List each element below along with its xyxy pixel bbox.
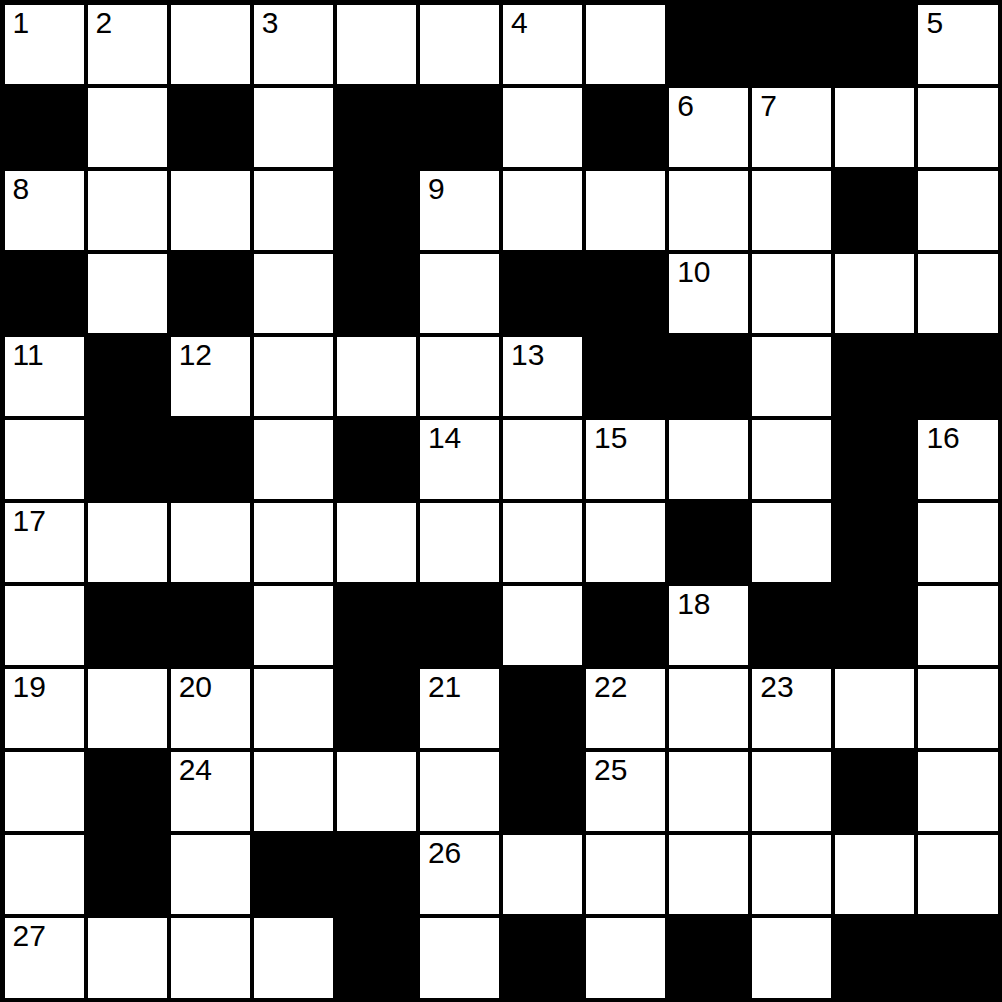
white-cell[interactable] — [750, 916, 833, 999]
white-cell[interactable] — [750, 169, 833, 252]
black-cell — [833, 335, 916, 418]
white-cell[interactable] — [667, 169, 750, 252]
white-cell[interactable] — [833, 252, 916, 335]
clue-number: 20 — [179, 672, 212, 702]
white-cell[interactable] — [86, 667, 169, 750]
white-cell[interactable] — [916, 252, 999, 335]
clue-number: 4 — [511, 8, 528, 38]
white-cell[interactable]: 23 — [750, 667, 833, 750]
clue-number: 21 — [428, 672, 461, 702]
white-cell[interactable] — [501, 169, 584, 252]
white-cell[interactable] — [501, 418, 584, 501]
white-cell[interactable] — [418, 916, 501, 999]
black-cell — [750, 3, 833, 86]
black-cell — [86, 750, 169, 833]
clue-number: 6 — [677, 91, 694, 121]
white-cell[interactable] — [916, 86, 999, 169]
white-cell[interactable] — [833, 86, 916, 169]
white-cell[interactable]: 1 — [3, 3, 86, 86]
white-cell[interactable] — [916, 667, 999, 750]
black-cell — [501, 252, 584, 335]
clue-number: 18 — [677, 589, 710, 619]
black-cell — [916, 335, 999, 418]
white-cell[interactable] — [169, 916, 252, 999]
white-cell[interactable] — [252, 584, 335, 667]
clue-number: 16 — [926, 423, 959, 453]
white-cell[interactable] — [252, 418, 335, 501]
white-cell[interactable] — [501, 584, 584, 667]
white-cell[interactable] — [584, 169, 667, 252]
black-cell — [252, 833, 335, 916]
black-cell — [833, 750, 916, 833]
black-cell — [418, 86, 501, 169]
white-cell[interactable] — [335, 335, 418, 418]
white-cell[interactable] — [252, 667, 335, 750]
white-cell[interactable] — [667, 418, 750, 501]
white-cell[interactable] — [584, 501, 667, 584]
black-cell — [169, 86, 252, 169]
clue-number: 11 — [13, 340, 44, 370]
black-cell — [584, 584, 667, 667]
clue-number: 17 — [13, 506, 46, 536]
white-cell[interactable] — [916, 750, 999, 833]
white-cell[interactable] — [169, 833, 252, 916]
black-cell — [667, 3, 750, 86]
clue-number: 3 — [262, 8, 279, 38]
black-cell — [833, 916, 916, 999]
black-cell — [833, 3, 916, 86]
white-cell[interactable] — [3, 418, 86, 501]
white-cell[interactable]: 10 — [667, 252, 750, 335]
white-cell[interactable] — [3, 750, 86, 833]
black-cell — [169, 418, 252, 501]
black-cell — [584, 86, 667, 169]
black-cell — [86, 418, 169, 501]
black-cell — [335, 169, 418, 252]
white-cell[interactable] — [916, 833, 999, 916]
white-cell[interactable]: 14 — [418, 418, 501, 501]
clue-number: 1 — [13, 8, 30, 38]
black-cell — [667, 916, 750, 999]
white-cell[interactable] — [418, 252, 501, 335]
black-cell — [169, 584, 252, 667]
white-cell[interactable] — [584, 916, 667, 999]
black-cell — [335, 252, 418, 335]
white-cell[interactable] — [916, 169, 999, 252]
black-cell — [418, 584, 501, 667]
black-cell — [335, 833, 418, 916]
white-cell[interactable] — [252, 252, 335, 335]
white-cell[interactable] — [252, 86, 335, 169]
black-cell — [667, 501, 750, 584]
white-cell[interactable]: 12 — [169, 335, 252, 418]
clue-number: 12 — [179, 340, 212, 370]
white-cell[interactable] — [667, 750, 750, 833]
white-cell[interactable] — [750, 750, 833, 833]
black-cell — [833, 169, 916, 252]
white-cell[interactable]: 19 — [3, 667, 86, 750]
white-cell[interactable] — [418, 501, 501, 584]
black-cell — [667, 335, 750, 418]
white-cell[interactable] — [584, 3, 667, 86]
white-cell[interactable] — [86, 169, 169, 252]
clue-number: 10 — [677, 257, 710, 287]
white-cell[interactable] — [169, 169, 252, 252]
white-cell[interactable] — [916, 584, 999, 667]
crossword-grid: 1234567891011121314151617181920212223242… — [0, 0, 1002, 1002]
clue-number: 14 — [428, 423, 461, 453]
white-cell[interactable] — [750, 833, 833, 916]
black-cell — [833, 584, 916, 667]
white-cell[interactable] — [252, 169, 335, 252]
clue-number: 24 — [179, 755, 212, 785]
black-cell — [335, 418, 418, 501]
white-cell[interactable] — [252, 335, 335, 418]
white-cell[interactable] — [169, 3, 252, 86]
clue-number: 22 — [594, 672, 627, 702]
white-cell[interactable] — [418, 335, 501, 418]
white-cell[interactable]: 27 — [3, 916, 86, 999]
black-cell — [86, 584, 169, 667]
white-cell[interactable]: 21 — [418, 667, 501, 750]
white-cell[interactable] — [667, 667, 750, 750]
white-cell[interactable]: 18 — [667, 584, 750, 667]
black-cell — [584, 335, 667, 418]
clue-number: 5 — [926, 8, 943, 38]
clue-number: 23 — [760, 672, 793, 702]
white-cell[interactable]: 13 — [501, 335, 584, 418]
white-cell[interactable]: 2 — [86, 3, 169, 86]
white-cell[interactable]: 3 — [252, 3, 335, 86]
white-cell[interactable] — [501, 833, 584, 916]
white-cell[interactable] — [750, 418, 833, 501]
white-cell[interactable]: 11 — [3, 335, 86, 418]
white-cell[interactable]: 17 — [3, 501, 86, 584]
white-cell[interactable] — [86, 916, 169, 999]
white-cell[interactable] — [750, 252, 833, 335]
white-cell[interactable]: 6 — [667, 86, 750, 169]
black-cell — [501, 750, 584, 833]
white-cell[interactable] — [86, 501, 169, 584]
black-cell — [335, 667, 418, 750]
black-cell — [584, 252, 667, 335]
clue-number: 7 — [760, 91, 777, 121]
white-cell[interactable]: 26 — [418, 833, 501, 916]
white-cell[interactable]: 4 — [501, 3, 584, 86]
white-cell[interactable] — [584, 833, 667, 916]
clue-number: 9 — [428, 174, 445, 204]
white-cell[interactable]: 20 — [169, 667, 252, 750]
white-cell[interactable] — [750, 501, 833, 584]
white-cell[interactable]: 5 — [916, 3, 999, 86]
white-cell[interactable] — [335, 750, 418, 833]
white-cell[interactable] — [86, 86, 169, 169]
white-cell[interactable] — [501, 501, 584, 584]
black-cell — [501, 916, 584, 999]
white-cell[interactable] — [3, 584, 86, 667]
white-cell[interactable] — [501, 86, 584, 169]
black-cell — [335, 86, 418, 169]
white-cell[interactable]: 25 — [584, 750, 667, 833]
white-cell[interactable] — [750, 335, 833, 418]
black-cell — [916, 916, 999, 999]
clue-number: 15 — [594, 423, 627, 453]
clue-number: 2 — [96, 8, 113, 38]
white-cell[interactable] — [86, 252, 169, 335]
white-cell[interactable] — [252, 501, 335, 584]
white-cell[interactable]: 15 — [584, 418, 667, 501]
black-cell — [86, 833, 169, 916]
black-cell — [750, 584, 833, 667]
black-cell — [335, 916, 418, 999]
white-cell[interactable] — [833, 667, 916, 750]
white-cell[interactable] — [667, 833, 750, 916]
white-cell[interactable]: 24 — [169, 750, 252, 833]
white-cell[interactable]: 9 — [418, 169, 501, 252]
white-cell[interactable]: 7 — [750, 86, 833, 169]
clue-number: 13 — [511, 340, 544, 370]
white-cell[interactable] — [335, 501, 418, 584]
black-cell — [833, 418, 916, 501]
white-cell[interactable] — [916, 501, 999, 584]
white-cell[interactable]: 8 — [3, 169, 86, 252]
clue-number: 19 — [13, 672, 46, 702]
black-cell — [833, 501, 916, 584]
black-cell — [501, 667, 584, 750]
white-cell[interactable] — [169, 501, 252, 584]
black-cell — [86, 335, 169, 418]
white-cell[interactable] — [418, 750, 501, 833]
white-cell[interactable]: 22 — [584, 667, 667, 750]
white-cell[interactable] — [833, 833, 916, 916]
white-cell[interactable] — [418, 3, 501, 86]
white-cell[interactable] — [3, 833, 86, 916]
clue-number: 27 — [13, 921, 46, 951]
black-cell — [3, 252, 86, 335]
clue-number: 26 — [428, 838, 461, 868]
white-cell[interactable]: 16 — [916, 418, 999, 501]
white-cell[interactable] — [252, 916, 335, 999]
black-cell — [3, 86, 86, 169]
clue-number: 25 — [594, 755, 627, 785]
black-cell — [169, 252, 252, 335]
white-cell[interactable] — [335, 3, 418, 86]
clue-number: 8 — [13, 174, 30, 204]
white-cell[interactable] — [252, 750, 335, 833]
black-cell — [335, 584, 418, 667]
